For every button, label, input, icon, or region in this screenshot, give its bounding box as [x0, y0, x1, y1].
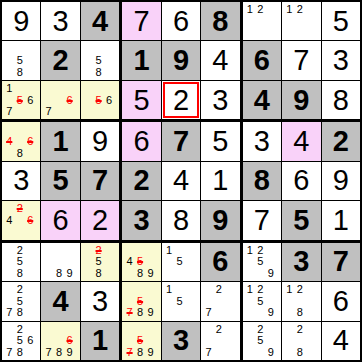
- cell-r3c2[interactable]: 67: [41, 81, 79, 119]
- solved-digit: 5: [333, 7, 349, 36]
- given-digit: 2: [53, 46, 69, 75]
- candidate-grid: 15: [164, 284, 195, 318]
- solved-digit: 4: [333, 326, 349, 355]
- candidate-9: 9: [64, 347, 74, 358]
- cell-r3c7[interactable]: 4: [243, 81, 281, 119]
- solved-digit: 3: [53, 7, 69, 36]
- candidate-grid: 25678: [4, 324, 35, 358]
- cell-r3c9[interactable]: 8: [322, 81, 360, 119]
- candidate-1: 1: [164, 284, 174, 295]
- cell-r6c7[interactable]: 7: [243, 201, 281, 239]
- candidate-grid: 67: [43, 83, 74, 117]
- cell-r8c9[interactable]: 6: [322, 282, 360, 320]
- candidate-grid: 246: [4, 203, 35, 237]
- cell-r5c9[interactable]: 9: [322, 162, 360, 200]
- candidate-grid: 58: [83, 43, 114, 77]
- given-digit: 3: [293, 247, 309, 276]
- cell-r8c8[interactable]: 128: [282, 282, 320, 320]
- cell-r1c5[interactable]: 6: [162, 2, 200, 40]
- candidate-5: 5: [93, 256, 103, 267]
- candidate-grid: 56: [83, 83, 114, 117]
- given-digit: 9: [293, 86, 309, 115]
- cell-r4c2[interactable]: 1: [41, 122, 79, 160]
- eliminated-candidate-5: 5: [14, 94, 24, 105]
- candidate-1: 1: [4, 83, 14, 94]
- cell-r2c9[interactable]: 3: [322, 41, 360, 79]
- candidate-grid: 12: [284, 4, 315, 38]
- cell-r4c7[interactable]: 3: [243, 122, 281, 160]
- candidate-5: 5: [174, 256, 184, 267]
- candidate-1: 1: [164, 245, 174, 256]
- candidate-8: 8: [135, 307, 145, 318]
- cell-r7c7[interactable]: 1259: [243, 243, 281, 281]
- solved-digit: 9: [333, 166, 349, 195]
- eliminated-candidate-5: 5: [135, 256, 145, 267]
- candidate-grid: 27: [203, 324, 234, 358]
- cell-r3c4[interactable]: 5: [122, 81, 160, 119]
- cell-r9c6[interactable]: 27: [201, 322, 239, 360]
- candidate-2: 2: [295, 4, 305, 15]
- candidate-grid: 468: [4, 124, 35, 158]
- cell-r8c5[interactable]: 15: [162, 282, 200, 320]
- cell-r2c1[interactable]: 58: [2, 41, 40, 79]
- cell-r3c5[interactable]: 2: [162, 81, 200, 119]
- candidate-9: 9: [266, 268, 276, 279]
- cell-r4c8[interactable]: 4: [282, 122, 320, 160]
- solved-digit: 9: [92, 127, 108, 156]
- candidate-8: 8: [14, 347, 24, 358]
- cell-r1c8[interactable]: 12: [282, 2, 320, 40]
- candidate-5: 5: [93, 55, 103, 66]
- candidate-grid: 15: [164, 245, 195, 279]
- candidate-grid: 2578: [4, 284, 35, 318]
- candidate-8: 8: [54, 347, 64, 358]
- cell-r4c6[interactable]: 5: [201, 122, 239, 160]
- cell-r8c4[interactable]: 5789: [122, 282, 160, 320]
- candidate-9: 9: [266, 307, 276, 318]
- solved-digit: 3: [212, 86, 228, 115]
- candidate-grid: 28: [284, 324, 315, 358]
- cell-r5c6[interactable]: 1: [201, 162, 239, 200]
- cell-r9c7[interactable]: 259: [243, 322, 281, 360]
- candidate-grid: 258: [83, 245, 114, 279]
- cell-r7c5[interactable]: 15: [162, 243, 200, 281]
- cell-r6c8[interactable]: 5: [282, 201, 320, 239]
- candidate-7: 7: [4, 307, 14, 318]
- cell-r6c4[interactable]: 3: [122, 201, 160, 239]
- solved-digit: 4: [293, 127, 309, 156]
- cell-r7c4[interactable]: 4589: [122, 243, 160, 281]
- candidate-6: 6: [25, 94, 35, 105]
- cell-r1c2[interactable]: 3: [41, 2, 79, 40]
- cell-r7c1[interactable]: 258: [2, 243, 40, 281]
- solved-digit: 3: [254, 127, 270, 156]
- solved-digit: 1: [333, 206, 349, 235]
- given-digit: 5: [293, 206, 309, 235]
- candidate-8: 8: [54, 268, 64, 279]
- candidate-2: 2: [214, 284, 224, 295]
- candidate-grid: 5789: [124, 284, 155, 318]
- candidate-5: 5: [255, 335, 265, 346]
- cell-r6c6[interactable]: 9: [201, 201, 239, 239]
- cell-r2c6[interactable]: 4: [201, 41, 239, 79]
- eliminated-candidate-4: 4: [4, 136, 14, 147]
- candidate-7: 7: [43, 347, 53, 358]
- given-digit: 7: [173, 127, 189, 156]
- solved-digit: 7: [254, 206, 270, 235]
- solved-digit: 3: [333, 46, 349, 75]
- solved-digit: 6: [333, 287, 349, 316]
- cell-r2c7[interactable]: 6: [243, 41, 281, 79]
- cell-r6c9[interactable]: 1: [322, 201, 360, 239]
- given-digit: 4: [53, 287, 69, 316]
- cell-r6c5[interactable]: 8: [162, 201, 200, 239]
- solved-digit: 4: [173, 166, 189, 195]
- given-digit: 1: [92, 326, 108, 355]
- cell-r2c3[interactable]: 58: [81, 41, 119, 79]
- candidate-1: 1: [245, 245, 255, 256]
- solved-digit: 2: [173, 86, 189, 115]
- solved-digit: 5: [212, 127, 228, 156]
- candidate-4: 4: [124, 256, 134, 267]
- cell-r6c1[interactable]: 246: [2, 201, 40, 239]
- candidate-grid: 1259: [245, 284, 276, 318]
- cell-r6c3[interactable]: 2: [81, 201, 119, 239]
- candidate-7: 7: [203, 307, 213, 318]
- candidate-5: 5: [14, 335, 24, 346]
- solved-digit: 4: [212, 46, 228, 75]
- cell-r8c1[interactable]: 2578: [2, 282, 40, 320]
- cell-r9c4[interactable]: 5789: [122, 322, 160, 360]
- cell-r5c8[interactable]: 6: [282, 162, 320, 200]
- cell-r7c3[interactable]: 258: [81, 243, 119, 281]
- candidate-6: 6: [104, 94, 114, 105]
- cell-r9c5[interactable]: 3: [162, 322, 200, 360]
- cell-r4c4[interactable]: 6: [122, 122, 160, 160]
- candidate-6: 6: [25, 335, 35, 346]
- given-digit: 8: [212, 7, 228, 36]
- solved-digit: 6: [133, 127, 149, 156]
- cell-r9c8[interactable]: 28: [282, 322, 320, 360]
- candidate-grid: 58: [4, 43, 35, 77]
- candidate-1: 1: [284, 4, 294, 15]
- candidate-8: 8: [135, 268, 145, 279]
- candidate-grid: 12: [245, 4, 276, 38]
- cell-r2c4[interactable]: 1: [122, 41, 160, 79]
- solved-digit: 6: [53, 206, 69, 235]
- cell-r1c7[interactable]: 12: [243, 2, 281, 40]
- cell-r2c8[interactable]: 7: [282, 41, 320, 79]
- candidate-grid: 4589: [124, 245, 155, 279]
- solved-digit: 3: [92, 287, 108, 316]
- solved-digit: 8: [173, 206, 189, 235]
- cell-r3c6[interactable]: 3: [201, 81, 239, 119]
- candidate-7: 7: [4, 106, 14, 117]
- solved-digit: 2: [92, 206, 108, 235]
- cell-r5c2[interactable]: 5: [41, 162, 79, 200]
- solved-digit: 6: [293, 166, 309, 195]
- cell-r1c6[interactable]: 8: [201, 2, 239, 40]
- candidate-2: 2: [295, 324, 305, 335]
- candidate-5: 5: [174, 296, 184, 307]
- eliminated-candidate-6: 6: [25, 136, 35, 147]
- cell-r4c9[interactable]: 2: [322, 122, 360, 160]
- candidate-grid: 1259: [245, 245, 276, 279]
- candidate-2: 2: [295, 284, 305, 295]
- given-digit: 7: [333, 247, 349, 276]
- candidate-7: 7: [43, 106, 53, 117]
- candidate-1: 1: [245, 4, 255, 15]
- given-digit: 8: [254, 166, 270, 195]
- solved-digit: 8: [333, 86, 349, 115]
- candidate-2: 2: [214, 324, 224, 335]
- solved-digit: 7: [133, 7, 149, 36]
- candidate-7: 7: [203, 347, 213, 358]
- eliminated-candidate-7: 7: [124, 347, 134, 358]
- candidate-grid: 27: [203, 284, 234, 318]
- cell-r1c3[interactable]: 4: [81, 2, 119, 40]
- given-digit: 5: [53, 166, 69, 195]
- given-digit: 9: [212, 206, 228, 235]
- candidate-9: 9: [145, 268, 155, 279]
- cell-r9c1[interactable]: 25678: [2, 322, 40, 360]
- given-digit: 3: [133, 206, 149, 235]
- cell-r4c1[interactable]: 468: [2, 122, 40, 160]
- candidate-8: 8: [295, 347, 305, 358]
- cell-r3c3[interactable]: 56: [81, 81, 119, 119]
- given-digit: 4: [92, 7, 108, 36]
- cell-r7c8[interactable]: 3: [282, 243, 320, 281]
- given-digit: 4: [254, 86, 270, 115]
- given-digit: 9: [173, 46, 189, 75]
- solved-digit: 1: [212, 166, 228, 195]
- candidate-1: 1: [284, 284, 294, 295]
- candidate-grid: 5789: [124, 324, 155, 358]
- cell-r4c5[interactable]: 7: [162, 122, 200, 160]
- candidate-5: 5: [14, 256, 24, 267]
- cell-r2c2[interactable]: 2: [41, 41, 79, 79]
- candidate-grid: 258: [4, 245, 35, 279]
- solved-digit: 5: [133, 86, 149, 115]
- candidate-9: 9: [145, 307, 155, 318]
- cell-r1c4[interactable]: 7: [122, 2, 160, 40]
- candidate-5: 5: [14, 55, 24, 66]
- candidate-8: 8: [93, 268, 103, 279]
- cell-r8c6[interactable]: 27: [201, 282, 239, 320]
- cell-r8c3[interactable]: 3: [81, 282, 119, 320]
- given-digit: 6: [254, 46, 270, 75]
- candidate-8: 8: [295, 307, 305, 318]
- cell-r5c3[interactable]: 7: [81, 162, 119, 200]
- candidate-4: 4: [4, 215, 14, 226]
- eliminated-candidate-5: 5: [93, 94, 103, 105]
- solved-digit: 3: [13, 166, 29, 195]
- given-digit: 2: [133, 166, 149, 195]
- sudoku-board: 9347681212558258194673156767565234984681…: [0, 0, 362, 362]
- cell-r5c4[interactable]: 2: [122, 162, 160, 200]
- solved-digit: 6: [173, 7, 189, 36]
- cell-r9c3[interactable]: 1: [81, 322, 119, 360]
- candidate-1: 1: [245, 284, 255, 295]
- eliminated-candidate-6: 6: [64, 94, 74, 105]
- candidate-9: 9: [266, 347, 276, 358]
- given-digit: 2: [333, 127, 349, 156]
- candidate-8: 8: [14, 66, 24, 77]
- solved-digit: 7: [293, 46, 309, 75]
- eliminated-candidate-6: 6: [25, 215, 35, 226]
- eliminated-candidate-2: 2: [14, 203, 24, 214]
- given-digit: 1: [133, 46, 149, 75]
- candidate-8: 8: [14, 307, 24, 318]
- solved-digit: 9: [13, 7, 29, 36]
- candidate-grid: 89: [43, 245, 74, 279]
- cell-r2c5[interactable]: 9: [162, 41, 200, 79]
- given-digit: 1: [53, 127, 69, 156]
- candidate-grid: 259: [245, 324, 276, 358]
- cell-r7c2[interactable]: 89: [41, 243, 79, 281]
- cell-r7c6[interactable]: 6: [201, 243, 239, 281]
- candidate-9: 9: [145, 347, 155, 358]
- cell-r5c5[interactable]: 4: [162, 162, 200, 200]
- cell-r5c7[interactable]: 8: [243, 162, 281, 200]
- cell-r5c1[interactable]: 3: [2, 162, 40, 200]
- candidate-8: 8: [14, 147, 24, 158]
- candidate-grid: 128: [284, 284, 315, 318]
- cell-r3c1[interactable]: 1567: [2, 81, 40, 119]
- candidate-5: 5: [255, 296, 265, 307]
- cell-r3c8[interactable]: 9: [282, 81, 320, 119]
- candidate-8: 8: [14, 268, 24, 279]
- cell-r9c9[interactable]: 4: [322, 322, 360, 360]
- candidate-grid: 1567: [4, 83, 35, 117]
- candidate-8: 8: [93, 66, 103, 77]
- candidate-2: 2: [255, 284, 265, 295]
- cell-r1c1[interactable]: 9: [2, 2, 40, 40]
- cell-r8c7[interactable]: 1259: [243, 282, 281, 320]
- cell-r6c2[interactable]: 6: [41, 201, 79, 239]
- cell-r4c3[interactable]: 9: [81, 122, 119, 160]
- eliminated-candidate-6: 6: [64, 335, 74, 346]
- candidate-grid: 6789: [43, 324, 74, 358]
- eliminated-candidate-5: 5: [135, 335, 145, 346]
- cell-r8c2[interactable]: 4: [41, 282, 79, 320]
- eliminated-candidate-7: 7: [124, 307, 134, 318]
- cell-r7c9[interactable]: 7: [322, 243, 360, 281]
- candidate-5: 5: [255, 256, 265, 267]
- candidate-9: 9: [64, 268, 74, 279]
- candidate-7: 7: [4, 347, 14, 358]
- candidate-8: 8: [135, 347, 145, 358]
- given-digit: 3: [173, 326, 189, 355]
- candidate-2: 2: [255, 4, 265, 15]
- given-digit: 6: [212, 247, 228, 276]
- candidate-2: 2: [14, 284, 24, 295]
- cell-r1c9[interactable]: 5: [322, 2, 360, 40]
- cell-r9c2[interactable]: 6789: [41, 322, 79, 360]
- given-digit: 7: [92, 166, 108, 195]
